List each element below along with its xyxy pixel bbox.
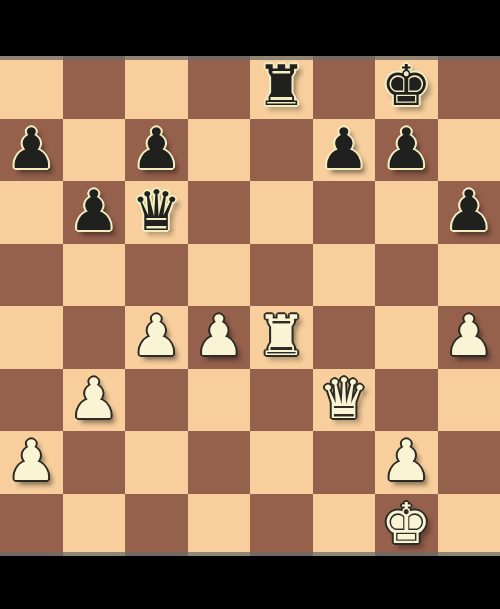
square-a6[interactable] — [0, 181, 63, 244]
white-pawn[interactable]: ♟ — [381, 430, 431, 493]
square-e7[interactable] — [250, 119, 313, 182]
black-pawn[interactable]: ♟ — [444, 180, 494, 243]
black-pawn[interactable]: ♟ — [69, 180, 119, 243]
white-pawn[interactable]: ♟ — [6, 430, 56, 493]
square-e8[interactable]: ♜ — [250, 56, 313, 119]
chess-app-frame: ♜♚♟♟♟♟♟♛♟♟♟♜♟♟♛♟♟♚ — [0, 0, 500, 609]
square-a4[interactable] — [0, 306, 63, 369]
square-b7[interactable] — [63, 119, 126, 182]
square-h1[interactable] — [438, 494, 500, 557]
square-b2[interactable] — [63, 431, 126, 494]
square-a2[interactable]: ♟ — [0, 431, 63, 494]
square-a8[interactable] — [0, 56, 63, 119]
square-d1[interactable] — [188, 494, 251, 557]
square-c8[interactable] — [125, 56, 188, 119]
black-pawn[interactable]: ♟ — [319, 118, 369, 181]
square-d7[interactable] — [188, 119, 251, 182]
square-g2[interactable]: ♟ — [375, 431, 438, 494]
square-e3[interactable] — [250, 369, 313, 432]
square-g7[interactable]: ♟ — [375, 119, 438, 182]
black-pawn[interactable]: ♟ — [131, 118, 181, 181]
white-queen[interactable]: ♛ — [319, 368, 369, 431]
bottom-letterbox-band — [0, 556, 500, 609]
square-h4[interactable]: ♟ — [438, 306, 500, 369]
square-h8[interactable] — [438, 56, 500, 119]
square-b3[interactable]: ♟ — [63, 369, 126, 432]
square-f3[interactable]: ♛ — [313, 369, 376, 432]
square-h3[interactable] — [438, 369, 500, 432]
square-c7[interactable]: ♟ — [125, 119, 188, 182]
square-f6[interactable] — [313, 181, 376, 244]
square-f1[interactable] — [313, 494, 376, 557]
square-c4[interactable]: ♟ — [125, 306, 188, 369]
top-letterbox-band — [0, 0, 500, 56]
square-c1[interactable] — [125, 494, 188, 557]
square-e1[interactable] — [250, 494, 313, 557]
black-queen[interactable]: ♛ — [131, 180, 181, 243]
square-b1[interactable] — [63, 494, 126, 557]
square-a7[interactable]: ♟ — [0, 119, 63, 182]
square-a5[interactable] — [0, 244, 63, 307]
square-g5[interactable] — [375, 244, 438, 307]
square-f5[interactable] — [313, 244, 376, 307]
black-king[interactable]: ♚ — [381, 55, 431, 118]
white-pawn[interactable]: ♟ — [69, 368, 119, 431]
square-a1[interactable] — [0, 494, 63, 557]
square-d5[interactable] — [188, 244, 251, 307]
chess-board: ♜♚♟♟♟♟♟♛♟♟♟♜♟♟♛♟♟♚ — [0, 56, 500, 556]
square-e4[interactable]: ♜ — [250, 306, 313, 369]
square-h2[interactable] — [438, 431, 500, 494]
square-e5[interactable] — [250, 244, 313, 307]
black-rook[interactable]: ♜ — [256, 55, 306, 118]
square-f2[interactable] — [313, 431, 376, 494]
square-g4[interactable] — [375, 306, 438, 369]
square-d6[interactable] — [188, 181, 251, 244]
square-b6[interactable]: ♟ — [63, 181, 126, 244]
square-f8[interactable] — [313, 56, 376, 119]
white-pawn[interactable]: ♟ — [131, 305, 181, 368]
square-g6[interactable] — [375, 181, 438, 244]
square-d3[interactable] — [188, 369, 251, 432]
square-c2[interactable] — [125, 431, 188, 494]
square-d8[interactable] — [188, 56, 251, 119]
square-b8[interactable] — [63, 56, 126, 119]
square-h7[interactable] — [438, 119, 500, 182]
white-pawn[interactable]: ♟ — [444, 305, 494, 368]
white-king[interactable]: ♚ — [381, 493, 431, 556]
square-g8[interactable]: ♚ — [375, 56, 438, 119]
white-pawn[interactable]: ♟ — [194, 305, 244, 368]
square-c6[interactable]: ♛ — [125, 181, 188, 244]
square-d4[interactable]: ♟ — [188, 306, 251, 369]
square-h6[interactable]: ♟ — [438, 181, 500, 244]
square-c5[interactable] — [125, 244, 188, 307]
square-g1[interactable]: ♚ — [375, 494, 438, 557]
square-e6[interactable] — [250, 181, 313, 244]
square-e2[interactable] — [250, 431, 313, 494]
square-f7[interactable]: ♟ — [313, 119, 376, 182]
square-b5[interactable] — [63, 244, 126, 307]
square-b4[interactable] — [63, 306, 126, 369]
square-f4[interactable] — [313, 306, 376, 369]
square-g3[interactable] — [375, 369, 438, 432]
black-pawn[interactable]: ♟ — [381, 118, 431, 181]
square-a3[interactable] — [0, 369, 63, 432]
black-pawn[interactable]: ♟ — [6, 118, 56, 181]
square-h5[interactable] — [438, 244, 500, 307]
square-c3[interactable] — [125, 369, 188, 432]
square-d2[interactable] — [188, 431, 251, 494]
white-rook[interactable]: ♜ — [256, 305, 306, 368]
